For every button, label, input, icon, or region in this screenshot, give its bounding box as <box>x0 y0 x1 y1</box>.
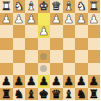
square-g3[interactable] <box>13 25 26 38</box>
white-king[interactable]: ♚ <box>39 0 49 13</box>
square-c2[interactable]: ♟ <box>63 13 76 26</box>
square-f4[interactable] <box>25 38 38 51</box>
square-a4[interactable] <box>88 38 101 51</box>
white-bishop[interactable]: ♝ <box>26 0 36 13</box>
white-pawn[interactable]: ♟ <box>76 13 86 26</box>
square-f3[interactable] <box>25 25 38 38</box>
square-e3[interactable]: ♟ <box>38 25 51 38</box>
black-queen[interactable]: ♛ <box>51 88 61 101</box>
square-a5[interactable] <box>88 50 101 63</box>
black-pawn[interactable]: ♟ <box>76 75 86 88</box>
square-g2[interactable]: ♟ <box>13 13 26 26</box>
black-pawn[interactable]: ♟ <box>26 75 36 88</box>
square-h4[interactable] <box>0 38 13 51</box>
square-e4[interactable] <box>38 38 51 51</box>
black-pawn[interactable]: ♟ <box>64 75 74 88</box>
square-a3[interactable] <box>88 25 101 38</box>
square-c1[interactable]: ♝ <box>63 0 76 13</box>
square-g8[interactable]: ♞ <box>13 88 26 101</box>
white-knight[interactable]: ♞ <box>14 0 24 13</box>
white-pawn[interactable]: ♟ <box>89 13 99 26</box>
white-knight[interactable]: ♞ <box>76 0 86 13</box>
white-pawn[interactable]: ♟ <box>51 13 61 26</box>
move-hint-dot[interactable] <box>40 53 47 60</box>
black-rook[interactable]: ♜ <box>1 88 11 101</box>
white-pawn[interactable]: ♟ <box>39 25 49 38</box>
square-b1[interactable]: ♞ <box>75 0 88 13</box>
white-pawn[interactable]: ♟ <box>26 13 36 26</box>
square-a1[interactable]: ♜ <box>88 0 101 13</box>
square-e5[interactable] <box>38 50 51 63</box>
black-knight[interactable]: ♞ <box>76 88 86 101</box>
white-pawn[interactable]: ♟ <box>64 13 74 26</box>
square-c8[interactable]: ♝ <box>63 88 76 101</box>
square-f1[interactable]: ♝ <box>25 0 38 13</box>
square-d3[interactable] <box>50 25 63 38</box>
black-knight[interactable]: ♞ <box>14 88 24 101</box>
black-pawn[interactable]: ♟ <box>51 75 61 88</box>
black-pawn[interactable]: ♟ <box>1 75 11 88</box>
square-c7[interactable]: ♟ <box>63 75 76 88</box>
square-b4[interactable] <box>75 38 88 51</box>
square-h1[interactable]: ♜ <box>0 0 13 13</box>
square-d8[interactable]: ♛ <box>50 88 63 101</box>
square-h2[interactable]: ♟ <box>0 13 13 26</box>
square-a7[interactable]: ♟ <box>88 75 101 88</box>
square-d5[interactable] <box>50 50 63 63</box>
chess-board: ♜♞♝♚♛♝♞♜♟♟♟♟♟♟♟♟♟♟♟♟♟♟♟♟♜♞♝♚♛♝♞♜ <box>0 0 100 100</box>
black-rook[interactable]: ♜ <box>89 88 99 101</box>
white-queen[interactable]: ♛ <box>51 0 61 13</box>
square-h3[interactable] <box>0 25 13 38</box>
square-b8[interactable]: ♞ <box>75 88 88 101</box>
square-d4[interactable] <box>50 38 63 51</box>
square-a8[interactable]: ♜ <box>88 88 101 101</box>
square-b3[interactable] <box>75 25 88 38</box>
square-c5[interactable] <box>63 50 76 63</box>
square-f7[interactable]: ♟ <box>25 75 38 88</box>
square-d7[interactable]: ♟ <box>50 75 63 88</box>
white-rook[interactable]: ♜ <box>89 0 99 13</box>
square-e7[interactable]: ♟ <box>38 75 51 88</box>
square-d1[interactable]: ♛ <box>50 0 63 13</box>
black-pawn[interactable]: ♟ <box>14 75 24 88</box>
square-b2[interactable]: ♟ <box>75 13 88 26</box>
square-b7[interactable]: ♟ <box>75 75 88 88</box>
square-c3[interactable] <box>63 25 76 38</box>
white-rook[interactable]: ♜ <box>1 0 11 13</box>
square-f8[interactable]: ♝ <box>25 88 38 101</box>
square-h5[interactable] <box>0 50 13 63</box>
square-b5[interactable] <box>75 50 88 63</box>
square-e1[interactable]: ♚ <box>38 0 51 13</box>
square-g4[interactable] <box>13 38 26 51</box>
square-h8[interactable]: ♜ <box>0 88 13 101</box>
white-pawn[interactable]: ♟ <box>1 13 11 26</box>
square-e8[interactable]: ♚ <box>38 88 51 101</box>
square-h7[interactable]: ♟ <box>0 75 13 88</box>
white-bishop[interactable]: ♝ <box>64 0 74 13</box>
square-c4[interactable] <box>63 38 76 51</box>
square-f5[interactable] <box>25 50 38 63</box>
black-king[interactable]: ♚ <box>39 88 49 101</box>
square-f2[interactable]: ♟ <box>25 13 38 26</box>
square-g7[interactable]: ♟ <box>13 75 26 88</box>
square-g1[interactable]: ♞ <box>13 0 26 13</box>
square-a2[interactable]: ♟ <box>88 13 101 26</box>
move-hint-dot[interactable] <box>40 65 47 72</box>
white-pawn[interactable]: ♟ <box>14 13 24 26</box>
black-bishop[interactable]: ♝ <box>64 88 74 101</box>
square-d2[interactable]: ♟ <box>50 13 63 26</box>
black-pawn[interactable]: ♟ <box>89 75 99 88</box>
black-bishop[interactable]: ♝ <box>26 88 36 101</box>
black-pawn[interactable]: ♟ <box>39 75 49 88</box>
square-g5[interactable] <box>13 50 26 63</box>
